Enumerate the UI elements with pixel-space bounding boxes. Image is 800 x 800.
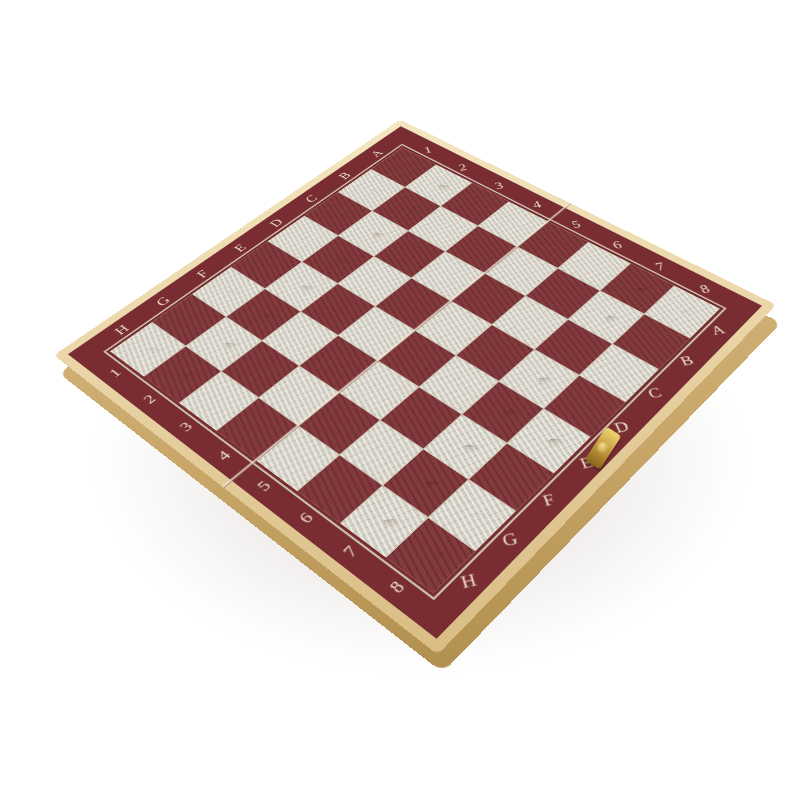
product-photo-scene: 12345678 12345678 ABCDEFGH ABCDEFGH ♜♟♟♞… [0, 0, 800, 800]
